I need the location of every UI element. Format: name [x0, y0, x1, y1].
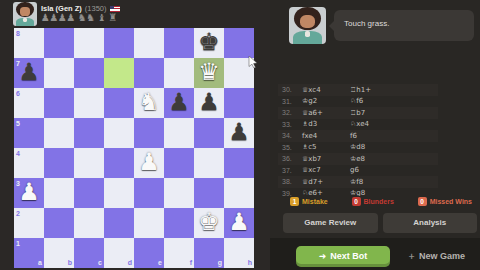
square-b2[interactable]: [44, 208, 74, 238]
move-number: 36.: [282, 155, 302, 162]
move-number: 39.: [282, 190, 302, 196]
black-move[interactable]: ♖b7: [350, 109, 438, 117]
summary-label: Missed Wins: [430, 198, 472, 205]
white-move[interactable]: fxe4: [302, 132, 350, 140]
square-d4[interactable]: [104, 148, 134, 178]
white-move[interactable]: ♕xc7: [302, 166, 350, 174]
square-b7[interactable]: [44, 58, 74, 88]
move-number: 37.: [282, 167, 302, 174]
square-e7[interactable]: [134, 58, 164, 88]
rank-label-2: 2: [16, 210, 20, 217]
square-f6[interactable]: ♟: [164, 88, 194, 118]
square-g7[interactable]: ♛: [194, 58, 224, 88]
move-row-36[interactable]: 36.♕xb7♔e8: [278, 153, 438, 165]
square-a1[interactable]: 1a: [14, 238, 44, 268]
white-move[interactable]: ♕d7+: [302, 178, 350, 186]
summary-missed-wins[interactable]: 0Missed Wins: [418, 197, 472, 206]
black-king-g8: ♚: [194, 28, 224, 58]
file-label-e: e: [158, 259, 162, 266]
summary-label: Mistake: [302, 198, 328, 205]
count-badge: 0: [418, 197, 427, 206]
move-number: 38.: [282, 178, 302, 185]
file-label-g: g: [218, 259, 222, 266]
rank-label-3: 3: [16, 180, 20, 187]
square-c5[interactable]: [74, 118, 104, 148]
square-e5[interactable]: [134, 118, 164, 148]
square-a7[interactable]: 7♟: [14, 58, 44, 88]
black-move[interactable]: g6: [350, 166, 438, 174]
move-number: 35.: [282, 144, 302, 151]
square-c7[interactable]: [74, 58, 104, 88]
square-a4[interactable]: 4: [14, 148, 44, 178]
black-move[interactable]: f6: [350, 132, 438, 140]
move-number: 30.: [282, 86, 302, 93]
black-move[interactable]: ♔d8: [350, 143, 438, 151]
square-b1[interactable]: b: [44, 238, 74, 268]
summary-blunders[interactable]: 0Blunders: [352, 197, 394, 206]
square-h6[interactable]: [224, 88, 254, 118]
new-game-label: New Game: [419, 251, 465, 261]
count-badge: 0: [352, 197, 361, 206]
top-player-bar: Isla (Gen Z)(1350) ♟♟♟♟ ♞♞ ♝ ♜: [0, 0, 270, 28]
square-f5[interactable]: [164, 118, 194, 148]
right-panel: Touch grass. 30.♕xc4♖h1+31.♔g2♘f632.♕a6+…: [270, 0, 480, 270]
mouse-cursor-icon: [248, 56, 258, 68]
move-number: 33.: [282, 121, 302, 128]
move-row-38[interactable]: 38.♕d7+♔f8: [278, 176, 438, 188]
file-label-b: b: [68, 259, 72, 266]
square-g3[interactable]: [194, 178, 224, 208]
white-move[interactable]: ♗c5: [302, 143, 350, 151]
square-g8[interactable]: ♚: [194, 28, 224, 58]
square-e1[interactable]: e: [134, 238, 164, 268]
square-a6[interactable]: 6: [14, 88, 44, 118]
square-a5[interactable]: 5: [14, 118, 44, 148]
rank-label-8: 8: [16, 30, 20, 37]
chat-bubble: Touch grass.: [334, 10, 474, 41]
square-h2[interactable]: ♟: [224, 208, 254, 238]
black-move[interactable]: ♔f8: [350, 178, 438, 186]
square-b8[interactable]: [44, 28, 74, 58]
white-knight-e6: ♞: [134, 88, 164, 118]
square-c3[interactable]: [74, 178, 104, 208]
square-b4[interactable]: [44, 148, 74, 178]
bot-avatar-art: [13, 2, 37, 26]
move-number: 34.: [282, 132, 302, 139]
white-move[interactable]: ♗d3: [302, 120, 350, 128]
square-a8[interactable]: 8: [14, 28, 44, 58]
black-move[interactable]: ♔e8: [350, 155, 438, 163]
move-quality-summary: 1Mistake0Blunders0Missed Wins: [290, 197, 472, 206]
chess-board[interactable]: 8♚7♟♛6♞♟♟5♟4♟3♟2♚♟1abcdefgh: [14, 28, 254, 268]
move-row-31[interactable]: 31.♔g2♘f6: [278, 96, 438, 108]
bottom-action-bar: ➜Next Bot ＋New Game: [270, 238, 480, 270]
square-d8[interactable]: [104, 28, 134, 58]
square-f8[interactable]: [164, 28, 194, 58]
square-d2[interactable]: [104, 208, 134, 238]
square-d3[interactable]: [104, 178, 134, 208]
move-row-35[interactable]: 35.♗c5♔d8: [278, 142, 438, 154]
square-e8[interactable]: [134, 28, 164, 58]
black-pawn-f6: ♟: [164, 88, 194, 118]
square-c2[interactable]: [74, 208, 104, 238]
square-e6[interactable]: ♞: [134, 88, 164, 118]
move-number: 31.: [282, 98, 302, 105]
square-h5[interactable]: ♟: [224, 118, 254, 148]
file-label-c: c: [98, 259, 102, 266]
rank-label-6: 6: [16, 90, 20, 97]
square-g6[interactable]: ♟: [194, 88, 224, 118]
square-c8[interactable]: [74, 28, 104, 58]
move-list[interactable]: 30.♕xc4♖h1+31.♔g2♘f632.♕a6+♖b733.♗d3♘xe4…: [278, 84, 438, 196]
square-g4[interactable]: [194, 148, 224, 178]
square-g5[interactable]: [194, 118, 224, 148]
square-h3[interactable]: [224, 178, 254, 208]
bot-avatar[interactable]: [289, 7, 326, 44]
black-pawn-h5: ♟: [224, 118, 254, 148]
player-avatar[interactable]: [13, 2, 37, 26]
square-c6[interactable]: [74, 88, 104, 118]
white-move[interactable]: ♕a6+: [302, 109, 350, 117]
captured-pieces: ♟♟♟♟ ♞♞ ♝ ♜: [41, 12, 117, 23]
square-f3[interactable]: [164, 178, 194, 208]
square-f4[interactable]: [164, 148, 194, 178]
next-bot-button[interactable]: ➜Next Bot: [296, 246, 390, 267]
game-review-button[interactable]: Game Review: [283, 213, 378, 233]
black-pawn-g6: ♟: [194, 88, 224, 118]
square-b3[interactable]: [44, 178, 74, 208]
square-a2[interactable]: 2: [14, 208, 44, 238]
move-row-32[interactable]: 32.♕a6+♖b7: [278, 107, 438, 119]
white-move[interactable]: ♕xb7: [302, 155, 350, 163]
white-move[interactable]: ♕xc4: [302, 86, 350, 94]
square-b6[interactable]: [44, 88, 74, 118]
rank-label-1: 1: [16, 240, 20, 247]
square-c1[interactable]: c: [74, 238, 104, 268]
move-row-34[interactable]: 34.fxe4f6: [278, 130, 438, 142]
file-label-a: a: [38, 259, 42, 266]
square-f2[interactable]: [164, 208, 194, 238]
rank-label-4: 4: [16, 150, 20, 157]
file-label-f: f: [190, 259, 192, 266]
bot-avatar-art-large: [289, 7, 326, 44]
white-move[interactable]: ♔g2: [302, 97, 350, 105]
analysis-button[interactable]: Analysis: [383, 213, 478, 233]
next-bot-label: Next Bot: [330, 251, 367, 261]
file-label-d: d: [128, 259, 132, 266]
square-d1[interactable]: d: [104, 238, 134, 268]
black-move[interactable]: ♘f6: [350, 97, 438, 105]
arrow-right-icon: ➜: [319, 251, 327, 261]
move-number: 32.: [282, 109, 302, 116]
count-badge: 1: [290, 197, 299, 206]
move-row-37[interactable]: 37.♕xc7g6: [278, 165, 438, 177]
summary-label: Blunders: [364, 198, 394, 205]
new-game-button[interactable]: ＋New Game: [400, 246, 472, 267]
move-row-30[interactable]: 30.♕xc4♖h1+: [278, 84, 438, 96]
square-h8[interactable]: [224, 28, 254, 58]
file-label-h: h: [248, 259, 252, 266]
square-h1[interactable]: h: [224, 238, 254, 268]
white-queen-g7: ♛: [194, 58, 224, 88]
black-move[interactable]: ♘xe4: [350, 120, 438, 128]
white-move[interactable]: ♘e6+: [302, 189, 350, 196]
square-e2[interactable]: [134, 208, 164, 238]
white-king-g2: ♚: [194, 208, 224, 238]
square-d7[interactable]: [104, 58, 134, 88]
white-pawn-e4: ♟: [134, 148, 164, 178]
move-row-39[interactable]: 39.♘e6+♔g8: [278, 188, 438, 197]
square-g1[interactable]: g: [194, 238, 224, 268]
rank-label-5: 5: [16, 120, 20, 127]
square-d6[interactable]: [104, 88, 134, 118]
square-f7[interactable]: [164, 58, 194, 88]
white-pawn-h2: ♟: [224, 208, 254, 238]
rank-label-7: 7: [16, 60, 20, 67]
summary-mistake[interactable]: 1Mistake: [290, 197, 328, 206]
move-row-33[interactable]: 33.♗d3♘xe4: [278, 119, 438, 131]
square-c4[interactable]: [74, 148, 104, 178]
plus-icon: ＋: [407, 251, 416, 261]
review-button-row: Game Review Analysis: [283, 213, 477, 233]
square-e3[interactable]: [134, 178, 164, 208]
chat-message: Touch grass.: [344, 19, 389, 28]
square-b5[interactable]: [44, 118, 74, 148]
square-e4[interactable]: ♟: [134, 148, 164, 178]
square-f1[interactable]: f: [164, 238, 194, 268]
square-h4[interactable]: [224, 148, 254, 178]
square-a3[interactable]: 3♟: [14, 178, 44, 208]
square-g2[interactable]: ♚: [194, 208, 224, 238]
black-move[interactable]: ♔g8: [350, 189, 438, 196]
black-move[interactable]: ♖h1+: [350, 86, 438, 94]
square-d5[interactable]: [104, 118, 134, 148]
